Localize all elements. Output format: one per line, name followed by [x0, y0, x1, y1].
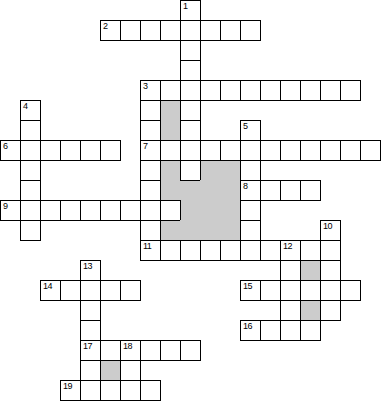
grid-cell[interactable] — [140, 340, 161, 361]
clue-number: 11 — [143, 242, 151, 251]
grid-cell[interactable] — [180, 120, 201, 141]
shaded-cell — [200, 220, 221, 241]
grid-cell[interactable] — [100, 200, 121, 221]
grid-cell[interactable] — [180, 40, 201, 61]
grid-cell[interactable] — [120, 200, 141, 221]
grid-cell[interactable] — [240, 200, 261, 221]
grid-cell[interactable] — [180, 80, 201, 101]
grid-cell[interactable] — [240, 240, 261, 261]
grid-cell[interactable] — [100, 380, 121, 401]
grid-cell[interactable] — [120, 360, 141, 381]
grid-cell[interactable] — [140, 180, 161, 201]
grid-cell[interactable] — [20, 220, 41, 241]
grid-cell[interactable] — [300, 80, 321, 101]
grid-cell[interactable] — [80, 200, 101, 221]
shaded-cell — [300, 260, 321, 281]
grid-cell[interactable] — [180, 160, 201, 181]
clue-number: 16 — [243, 322, 252, 331]
grid-cell[interactable] — [160, 20, 181, 41]
grid-cell[interactable] — [240, 140, 261, 161]
grid-cell[interactable] — [40, 200, 61, 221]
shaded-cell — [220, 180, 241, 201]
grid-cell[interactable] — [80, 320, 101, 341]
grid-cell[interactable] — [200, 140, 221, 161]
grid-cell[interactable] — [180, 60, 201, 81]
grid-cell[interactable] — [280, 320, 301, 341]
clue-number: 13 — [83, 262, 92, 271]
grid-cell[interactable] — [200, 80, 221, 101]
grid-cell[interactable] — [120, 280, 141, 301]
grid-cell[interactable]: 9 — [0, 200, 21, 221]
grid-cell[interactable] — [340, 80, 361, 101]
grid-cell[interactable] — [80, 300, 101, 321]
grid-cell[interactable] — [340, 140, 361, 161]
shaded-cell — [200, 160, 221, 181]
grid-cell[interactable] — [280, 180, 301, 201]
grid-cell[interactable] — [200, 20, 221, 41]
grid-cell[interactable] — [120, 380, 141, 401]
shaded-cell — [100, 360, 121, 381]
shaded-cell — [220, 160, 241, 181]
grid-cell[interactable] — [160, 80, 181, 101]
grid-cell[interactable] — [300, 280, 321, 301]
grid-cell[interactable] — [260, 240, 281, 261]
grid-cell[interactable] — [240, 220, 261, 241]
grid-cell[interactable] — [360, 140, 381, 161]
grid-cell[interactable] — [320, 80, 341, 101]
shaded-cell — [300, 300, 321, 321]
grid-cell[interactable] — [280, 80, 301, 101]
shaded-cell — [160, 160, 181, 181]
grid-cell[interactable]: 19 — [60, 380, 81, 401]
grid-cell[interactable] — [80, 280, 101, 301]
grid-cell[interactable] — [60, 140, 81, 161]
grid-cell[interactable] — [140, 200, 161, 221]
grid-cell[interactable] — [320, 140, 341, 161]
grid-cell[interactable] — [140, 120, 161, 141]
grid-cell[interactable]: 12 — [280, 240, 301, 261]
clue-number: 1 — [183, 2, 188, 11]
grid-cell[interactable] — [160, 200, 181, 221]
grid-cell[interactable] — [80, 380, 101, 401]
grid-cell[interactable] — [220, 80, 241, 101]
grid-cell[interactable]: 2 — [100, 20, 121, 41]
grid-cell[interactable] — [140, 380, 161, 401]
clue-number: 7 — [143, 142, 148, 151]
grid-cell[interactable]: 3 — [140, 80, 161, 101]
grid-cell[interactable] — [340, 280, 361, 301]
grid-cell[interactable] — [300, 320, 321, 341]
grid-cell[interactable] — [60, 200, 81, 221]
clue-number: 12 — [283, 242, 292, 251]
grid-cell[interactable] — [280, 280, 301, 301]
grid-cell[interactable] — [140, 220, 161, 241]
clue-number: 18 — [123, 342, 132, 351]
grid-cell[interactable] — [180, 100, 201, 121]
grid-cell[interactable]: 6 — [0, 140, 21, 161]
grid-cell[interactable] — [260, 180, 281, 201]
grid-cell[interactable]: 14 — [40, 280, 61, 301]
grid-cell[interactable]: 4 — [20, 100, 41, 121]
grid-cell[interactable] — [180, 140, 201, 161]
grid-cell[interactable] — [280, 260, 301, 281]
grid-cell[interactable] — [240, 80, 261, 101]
clue-number: 17 — [83, 342, 92, 351]
shaded-cell — [180, 200, 201, 221]
grid-cell[interactable] — [300, 240, 321, 261]
grid-cell[interactable] — [240, 20, 261, 41]
clue-number: 6 — [3, 142, 8, 151]
grid-cell[interactable] — [100, 280, 121, 301]
grid-cell[interactable] — [260, 280, 281, 301]
clue-number: 5 — [243, 122, 248, 131]
shaded-cell — [180, 220, 201, 241]
grid-cell[interactable] — [80, 360, 101, 381]
grid-cell[interactable] — [320, 280, 341, 301]
grid-cell[interactable] — [320, 300, 341, 321]
grid-cell[interactable]: 7 — [140, 140, 161, 161]
grid-cell[interactable] — [180, 340, 201, 361]
grid-cell[interactable]: 15 — [240, 280, 261, 301]
grid-cell[interactable]: 10 — [320, 220, 341, 241]
grid-cell[interactable] — [20, 160, 41, 181]
grid-cell[interactable]: 17 — [80, 340, 101, 361]
grid-cell[interactable] — [220, 20, 241, 41]
shaded-cell — [220, 220, 241, 241]
grid-cell[interactable] — [180, 240, 201, 261]
clue-number: 2 — [103, 22, 108, 31]
grid-cell[interactable] — [100, 140, 121, 161]
grid-cell[interactable] — [280, 300, 301, 321]
grid-cell[interactable] — [280, 140, 301, 161]
shaded-cell — [160, 120, 181, 141]
shaded-cell — [180, 180, 201, 201]
grid-cell[interactable] — [20, 200, 41, 221]
grid-cell[interactable] — [20, 140, 41, 161]
clue-number: 10 — [323, 222, 332, 231]
grid-cell[interactable] — [320, 240, 341, 261]
grid-cell[interactable] — [140, 20, 161, 41]
grid-cell[interactable] — [100, 340, 121, 361]
grid-cell[interactable]: 5 — [240, 120, 261, 141]
crossword-board: 12345678910111213141516171819 — [0, 0, 381, 401]
grid-cell[interactable]: 16 — [240, 320, 261, 341]
clue-number: 9 — [3, 202, 8, 211]
shaded-cell — [160, 220, 181, 241]
grid-cell[interactable] — [260, 140, 281, 161]
grid-cell[interactable]: 13 — [80, 260, 101, 281]
grid-cell[interactable] — [20, 180, 41, 201]
shaded-cell — [200, 180, 221, 201]
grid-cell[interactable] — [40, 140, 61, 161]
clue-number: 8 — [243, 182, 248, 191]
clue-number: 14 — [43, 282, 52, 291]
grid-cell[interactable] — [80, 140, 101, 161]
grid-cell[interactable] — [120, 20, 141, 41]
shaded-cell — [160, 100, 181, 121]
grid-cell[interactable] — [220, 140, 241, 161]
grid-cell[interactable] — [180, 20, 201, 41]
grid-cell[interactable]: 1 — [180, 0, 201, 21]
clue-number: 3 — [143, 82, 148, 91]
grid-cell[interactable] — [20, 120, 41, 141]
clue-number: 15 — [243, 282, 252, 291]
clue-number: 4 — [23, 102, 28, 111]
grid-cell[interactable] — [260, 80, 281, 101]
grid-cell[interactable] — [160, 240, 181, 261]
grid-cell[interactable] — [140, 160, 161, 181]
grid-cell[interactable]: 8 — [240, 180, 261, 201]
grid-cell[interactable]: 11 — [140, 240, 161, 261]
grid-cell[interactable] — [300, 180, 321, 201]
grid-cell[interactable]: 18 — [120, 340, 141, 361]
grid-cell[interactable] — [160, 140, 181, 161]
grid-cell[interactable] — [260, 320, 281, 341]
shaded-cell — [220, 200, 241, 221]
shaded-cell — [200, 200, 221, 221]
clue-number: 19 — [63, 382, 72, 391]
grid-cell[interactable] — [320, 260, 341, 281]
shaded-cell — [160, 180, 181, 201]
grid-cell[interactable] — [200, 240, 221, 261]
grid-cell[interactable] — [140, 100, 161, 121]
grid-cell[interactable] — [160, 340, 181, 361]
grid-cell[interactable] — [60, 280, 81, 301]
grid-cell[interactable] — [220, 240, 241, 261]
grid-cell[interactable] — [300, 140, 321, 161]
grid-cell[interactable] — [240, 160, 261, 181]
